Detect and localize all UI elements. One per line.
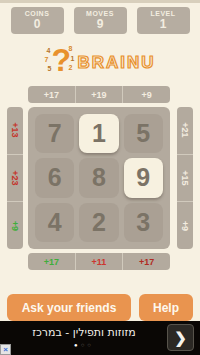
col-current-sum: +11 bbox=[75, 253, 123, 270]
dot-active: ● bbox=[74, 342, 81, 348]
ad-pagination-dots: ●○○ bbox=[0, 342, 168, 348]
row-sum-label: +9 bbox=[10, 221, 20, 231]
brainu-logo: 4 7 5 8 1 2 ? BRAINU bbox=[0, 44, 200, 82]
grid-cell[interactable]: 2 bbox=[79, 203, 118, 242]
grid-cell[interactable]: 8 bbox=[79, 158, 118, 197]
question-mark-glyph: ? bbox=[51, 42, 71, 79]
grid-cell[interactable]: 5 bbox=[124, 114, 163, 153]
col-target-sum: +17 bbox=[28, 86, 75, 103]
logo-digit: 7 bbox=[44, 56, 48, 63]
row-sum-label: +21 bbox=[180, 123, 190, 138]
grid-cell[interactable]: 1 bbox=[79, 114, 118, 153]
column-current-sums-bar: +17 +11 +17 bbox=[28, 253, 170, 270]
dot: ○ bbox=[87, 342, 94, 348]
col-target-sum: +19 bbox=[75, 86, 123, 103]
row-sum-label: +23 bbox=[10, 170, 20, 185]
ad-banner[interactable]: מזוזות ותפילין - במרכז ●○○ ❯ × bbox=[0, 321, 200, 355]
app-screen: COINS 0 MOVES 9 LEVEL 1 4 7 5 8 1 2 ? BR… bbox=[0, 0, 200, 355]
column-target-sums-bar: +17 +19 +9 bbox=[28, 86, 170, 103]
row-target-sum: +21 bbox=[177, 107, 193, 154]
help-button[interactable]: Help bbox=[139, 294, 193, 321]
row-target-sum: +9 bbox=[177, 201, 193, 249]
row-current-sum: +9 bbox=[7, 201, 23, 249]
ad-next-chevron-button[interactable]: ❯ bbox=[167, 324, 194, 351]
question-mark-icon: 4 7 5 8 1 2 ? bbox=[44, 44, 74, 82]
col-current-sum: +17 bbox=[122, 253, 170, 270]
grid-cell[interactable]: 9 bbox=[124, 158, 163, 197]
row-current-sum: +13 bbox=[7, 107, 23, 154]
ad-close-icon[interactable]: × bbox=[0, 344, 11, 355]
stats-row: COINS 0 MOVES 9 LEVEL 1 bbox=[0, 7, 200, 34]
row-sum-label: +13 bbox=[10, 123, 20, 138]
grid-cell[interactable]: 7 bbox=[35, 114, 74, 153]
row-sum-label: +15 bbox=[180, 170, 190, 185]
grid-cell[interactable]: 4 bbox=[35, 203, 74, 242]
row-target-sums-bar: +21 +15 +9 bbox=[177, 107, 193, 249]
top-strip bbox=[0, 0, 200, 3]
logo-digit: 1 bbox=[70, 55, 74, 62]
coins-value: 0 bbox=[34, 18, 41, 31]
level-box: LEVEL 1 bbox=[137, 7, 190, 34]
ask-your-friends-button[interactable]: Ask your friends bbox=[7, 294, 131, 321]
logo-digit: 4 bbox=[46, 47, 50, 54]
level-value: 1 bbox=[160, 18, 167, 31]
puzzle-grid: 7 1 5 6 8 9 4 2 3 bbox=[28, 107, 170, 249]
col-target-sum: +9 bbox=[122, 86, 170, 103]
logo-wordmark: BRAINU bbox=[77, 53, 155, 73]
grid-cell[interactable]: 3 bbox=[124, 203, 163, 242]
chevron-right-icon: ❯ bbox=[174, 329, 187, 347]
moves-value: 9 bbox=[97, 18, 104, 31]
row-current-sums-bar: +13 +23 +9 bbox=[7, 107, 23, 249]
row-current-sum: +23 bbox=[7, 154, 23, 202]
moves-box: MOVES 9 bbox=[74, 7, 127, 34]
col-current-sum: +17 bbox=[28, 253, 75, 270]
ad-text[interactable]: מזוזות ותפילין - במרכז bbox=[0, 326, 168, 339]
coins-box: COINS 0 bbox=[11, 7, 64, 34]
grid-cell[interactable]: 6 bbox=[35, 158, 74, 197]
row-sum-label: +9 bbox=[180, 221, 190, 231]
row-target-sum: +15 bbox=[177, 154, 193, 202]
